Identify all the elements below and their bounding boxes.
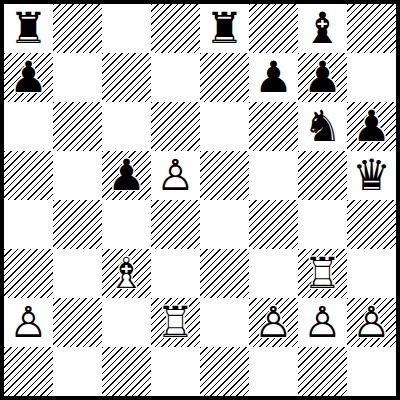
square-b1[interactable] bbox=[53, 347, 102, 396]
square-f4[interactable] bbox=[249, 200, 298, 249]
square-c2[interactable] bbox=[102, 298, 151, 347]
black-rook-glyph: ♜ bbox=[4, 4, 53, 53]
square-e4[interactable] bbox=[200, 200, 249, 249]
white-bishop-outline-glyph: ♗ bbox=[102, 249, 151, 298]
square-f1[interactable] bbox=[249, 347, 298, 396]
square-e6[interactable] bbox=[200, 102, 249, 151]
square-c4[interactable] bbox=[102, 200, 151, 249]
piece-white-bishop[interactable]: ♝♗ bbox=[102, 249, 151, 298]
square-f5[interactable] bbox=[249, 151, 298, 200]
square-g5[interactable] bbox=[298, 151, 347, 200]
square-f8[interactable] bbox=[249, 4, 298, 53]
square-g8[interactable]: ♝ bbox=[298, 4, 347, 53]
square-a1[interactable] bbox=[4, 347, 53, 396]
square-g6[interactable]: ♞ bbox=[298, 102, 347, 151]
black-pawn-glyph: ♟ bbox=[249, 53, 298, 102]
piece-white-pawn[interactable]: ♟♙ bbox=[4, 298, 53, 347]
black-pawn-glyph: ♟ bbox=[298, 53, 347, 102]
square-a8[interactable]: ♜ bbox=[4, 4, 53, 53]
piece-white-rook[interactable]: ♜♖ bbox=[298, 249, 347, 298]
square-h8[interactable] bbox=[347, 4, 396, 53]
square-h5[interactable]: ♛ bbox=[347, 151, 396, 200]
square-h1[interactable] bbox=[347, 347, 396, 396]
black-rook-glyph: ♜ bbox=[200, 4, 249, 53]
square-e3[interactable] bbox=[200, 249, 249, 298]
square-e5[interactable] bbox=[200, 151, 249, 200]
chess-diagram: ♜♜♝♟♟♟♞♟♟♟♙♛♝♗♜♖♟♙♜♖♟♙♟♙♟♙ bbox=[0, 0, 400, 400]
piece-black-bishop[interactable]: ♝ bbox=[298, 4, 347, 53]
square-c6[interactable] bbox=[102, 102, 151, 151]
piece-white-pawn[interactable]: ♟♙ bbox=[249, 298, 298, 347]
black-pawn-glyph: ♟ bbox=[4, 53, 53, 102]
square-d6[interactable] bbox=[151, 102, 200, 151]
square-d3[interactable] bbox=[151, 249, 200, 298]
square-d7[interactable] bbox=[151, 53, 200, 102]
square-b8[interactable] bbox=[53, 4, 102, 53]
square-a7[interactable]: ♟ bbox=[4, 53, 53, 102]
square-h6[interactable]: ♟ bbox=[347, 102, 396, 151]
black-pawn-glyph: ♟ bbox=[347, 102, 396, 151]
square-b6[interactable] bbox=[53, 102, 102, 151]
piece-black-pawn[interactable]: ♟ bbox=[102, 151, 151, 200]
square-c1[interactable] bbox=[102, 347, 151, 396]
square-h7[interactable] bbox=[347, 53, 396, 102]
square-f7[interactable]: ♟ bbox=[249, 53, 298, 102]
square-e8[interactable]: ♜ bbox=[200, 4, 249, 53]
square-a4[interactable] bbox=[4, 200, 53, 249]
square-f3[interactable] bbox=[249, 249, 298, 298]
square-a5[interactable] bbox=[4, 151, 53, 200]
square-d4[interactable] bbox=[151, 200, 200, 249]
square-c8[interactable] bbox=[102, 4, 151, 53]
piece-black-rook[interactable]: ♜ bbox=[4, 4, 53, 53]
square-b4[interactable] bbox=[53, 200, 102, 249]
square-f2[interactable]: ♟♙ bbox=[249, 298, 298, 347]
square-b2[interactable] bbox=[53, 298, 102, 347]
square-c7[interactable] bbox=[102, 53, 151, 102]
piece-white-pawn[interactable]: ♟♙ bbox=[151, 151, 200, 200]
white-rook-outline-glyph: ♖ bbox=[298, 249, 347, 298]
square-c3[interactable]: ♝♗ bbox=[102, 249, 151, 298]
piece-black-pawn[interactable]: ♟ bbox=[347, 102, 396, 151]
square-g2[interactable]: ♟♙ bbox=[298, 298, 347, 347]
square-g7[interactable]: ♟ bbox=[298, 53, 347, 102]
piece-black-knight[interactable]: ♞ bbox=[298, 102, 347, 151]
square-d5[interactable]: ♟♙ bbox=[151, 151, 200, 200]
square-d8[interactable] bbox=[151, 4, 200, 53]
piece-black-rook[interactable]: ♜ bbox=[200, 4, 249, 53]
black-queen-glyph: ♛ bbox=[347, 151, 396, 200]
white-rook-outline-glyph: ♖ bbox=[151, 298, 200, 347]
piece-white-rook[interactable]: ♜♖ bbox=[151, 298, 200, 347]
black-bishop-glyph: ♝ bbox=[298, 4, 347, 53]
square-b5[interactable] bbox=[53, 151, 102, 200]
piece-black-pawn[interactable]: ♟ bbox=[249, 53, 298, 102]
piece-black-queen[interactable]: ♛ bbox=[347, 151, 396, 200]
square-c5[interactable]: ♟ bbox=[102, 151, 151, 200]
white-pawn-outline-glyph: ♙ bbox=[298, 298, 347, 347]
white-pawn-outline-glyph: ♙ bbox=[347, 298, 396, 347]
square-e2[interactable] bbox=[200, 298, 249, 347]
square-e1[interactable] bbox=[200, 347, 249, 396]
piece-black-pawn[interactable]: ♟ bbox=[4, 53, 53, 102]
square-h2[interactable]: ♟♙ bbox=[347, 298, 396, 347]
square-a3[interactable] bbox=[4, 249, 53, 298]
square-b7[interactable] bbox=[53, 53, 102, 102]
piece-white-pawn[interactable]: ♟♙ bbox=[298, 298, 347, 347]
white-pawn-outline-glyph: ♙ bbox=[151, 151, 200, 200]
square-d1[interactable] bbox=[151, 347, 200, 396]
square-f6[interactable] bbox=[249, 102, 298, 151]
square-e7[interactable] bbox=[200, 53, 249, 102]
black-knight-glyph: ♞ bbox=[298, 102, 347, 151]
square-g1[interactable] bbox=[298, 347, 347, 396]
piece-white-pawn[interactable]: ♟♙ bbox=[347, 298, 396, 347]
black-pawn-glyph: ♟ bbox=[102, 151, 151, 200]
square-h4[interactable] bbox=[347, 200, 396, 249]
white-pawn-outline-glyph: ♙ bbox=[249, 298, 298, 347]
square-a6[interactable] bbox=[4, 102, 53, 151]
square-g4[interactable] bbox=[298, 200, 347, 249]
square-b3[interactable] bbox=[53, 249, 102, 298]
square-h3[interactable] bbox=[347, 249, 396, 298]
square-a2[interactable]: ♟♙ bbox=[4, 298, 53, 347]
chessboard: ♜♜♝♟♟♟♞♟♟♟♙♛♝♗♜♖♟♙♜♖♟♙♟♙♟♙ bbox=[0, 0, 400, 400]
white-pawn-outline-glyph: ♙ bbox=[4, 298, 53, 347]
square-g3[interactable]: ♜♖ bbox=[298, 249, 347, 298]
piece-black-pawn[interactable]: ♟ bbox=[298, 53, 347, 102]
square-d2[interactable]: ♜♖ bbox=[151, 298, 200, 347]
